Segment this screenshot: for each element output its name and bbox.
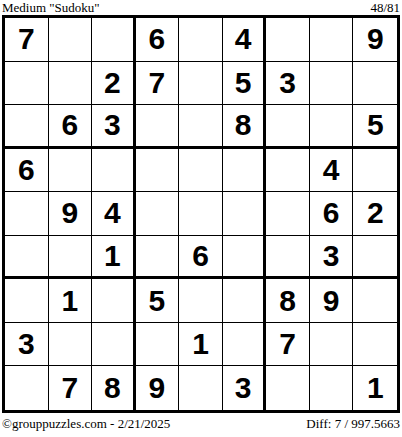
cell-r6c2[interactable] bbox=[49, 236, 93, 280]
cell-r3c8[interactable] bbox=[310, 105, 354, 149]
cell-r7c6[interactable] bbox=[223, 279, 267, 323]
cell-r9c9[interactable]: 1 bbox=[353, 366, 397, 410]
cell-r5c8[interactable]: 6 bbox=[310, 192, 354, 236]
cell-r6c3[interactable]: 1 bbox=[92, 236, 136, 280]
cell-r5c4[interactable] bbox=[136, 192, 180, 236]
cell-r9c7[interactable] bbox=[266, 366, 310, 410]
cell-r2c2[interactable] bbox=[49, 62, 93, 106]
cell-r1c8[interactable] bbox=[310, 18, 354, 62]
cell-r9c3[interactable]: 8 bbox=[92, 366, 136, 410]
cell-r4c9[interactable] bbox=[353, 149, 397, 193]
cell-r4c3[interactable] bbox=[92, 149, 136, 193]
cell-r2c9[interactable] bbox=[353, 62, 397, 106]
cell-r8c2[interactable] bbox=[49, 323, 93, 367]
cell-r4c4[interactable] bbox=[136, 149, 180, 193]
cell-r3c9[interactable]: 5 bbox=[353, 105, 397, 149]
cell-r9c8[interactable] bbox=[310, 366, 354, 410]
cell-r1c1[interactable]: 7 bbox=[5, 18, 49, 62]
cell-r2c6[interactable]: 5 bbox=[223, 62, 267, 106]
cell-r4c1[interactable]: 6 bbox=[5, 149, 49, 193]
cell-r3c4[interactable] bbox=[136, 105, 180, 149]
sudoku-board: 764927536385649462163158931778931 bbox=[2, 15, 400, 413]
cell-r8c8[interactable] bbox=[310, 323, 354, 367]
cell-r3c3[interactable]: 3 bbox=[92, 105, 136, 149]
cell-r8c3[interactable] bbox=[92, 323, 136, 367]
cell-r3c7[interactable] bbox=[266, 105, 310, 149]
cell-r8c4[interactable] bbox=[136, 323, 180, 367]
cell-r1c7[interactable] bbox=[266, 18, 310, 62]
header: Medium "Sudoku" 48/81 bbox=[0, 0, 402, 15]
cell-r9c5[interactable] bbox=[179, 366, 223, 410]
cell-r5c1[interactable] bbox=[5, 192, 49, 236]
puzzle-title: Medium "Sudoku" bbox=[2, 1, 100, 14]
cell-r7c7[interactable]: 8 bbox=[266, 279, 310, 323]
cell-r1c4[interactable]: 6 bbox=[136, 18, 180, 62]
cell-r6c5[interactable]: 6 bbox=[179, 236, 223, 280]
cell-r9c4[interactable]: 9 bbox=[136, 366, 180, 410]
cell-r4c8[interactable]: 4 bbox=[310, 149, 354, 193]
progress-counter: 48/81 bbox=[370, 1, 400, 14]
cell-r8c5[interactable]: 1 bbox=[179, 323, 223, 367]
cell-r7c8[interactable]: 9 bbox=[310, 279, 354, 323]
cell-r1c3[interactable] bbox=[92, 18, 136, 62]
cell-r8c9[interactable] bbox=[353, 323, 397, 367]
cell-r2c1[interactable] bbox=[5, 62, 49, 106]
cell-r6c1[interactable] bbox=[5, 236, 49, 280]
cell-r6c4[interactable] bbox=[136, 236, 180, 280]
cell-r5c6[interactable] bbox=[223, 192, 267, 236]
cell-r6c7[interactable] bbox=[266, 236, 310, 280]
cell-r7c5[interactable] bbox=[179, 279, 223, 323]
cell-r9c1[interactable] bbox=[5, 366, 49, 410]
cell-r8c7[interactable]: 7 bbox=[266, 323, 310, 367]
cell-r1c5[interactable] bbox=[179, 18, 223, 62]
cell-r5c3[interactable]: 4 bbox=[92, 192, 136, 236]
cell-r1c2[interactable] bbox=[49, 18, 93, 62]
cell-r3c5[interactable] bbox=[179, 105, 223, 149]
copyright-text: ©grouppuzzles.com - 2/21/2025 bbox=[2, 417, 170, 431]
cell-r2c4[interactable]: 7 bbox=[136, 62, 180, 106]
cell-r8c6[interactable] bbox=[223, 323, 267, 367]
cell-r5c7[interactable] bbox=[266, 192, 310, 236]
cell-r4c6[interactable] bbox=[223, 149, 267, 193]
cell-r5c9[interactable]: 2 bbox=[353, 192, 397, 236]
sudoku-page: Medium "Sudoku" 48/81 764927536385649462… bbox=[0, 0, 402, 437]
cell-r7c4[interactable]: 5 bbox=[136, 279, 180, 323]
cell-r2c5[interactable] bbox=[179, 62, 223, 106]
cell-r8c1[interactable]: 3 bbox=[5, 323, 49, 367]
cell-r6c6[interactable] bbox=[223, 236, 267, 280]
cell-r2c8[interactable] bbox=[310, 62, 354, 106]
cell-r7c2[interactable]: 1 bbox=[49, 279, 93, 323]
cell-r4c7[interactable] bbox=[266, 149, 310, 193]
cell-r9c6[interactable]: 3 bbox=[223, 366, 267, 410]
cell-r2c7[interactable]: 3 bbox=[266, 62, 310, 106]
cell-r4c2[interactable] bbox=[49, 149, 93, 193]
cell-r6c8[interactable]: 3 bbox=[310, 236, 354, 280]
cell-r7c3[interactable] bbox=[92, 279, 136, 323]
cell-r7c9[interactable] bbox=[353, 279, 397, 323]
cell-r7c1[interactable] bbox=[5, 279, 49, 323]
cell-r5c5[interactable] bbox=[179, 192, 223, 236]
cell-r4c5[interactable] bbox=[179, 149, 223, 193]
cell-r3c1[interactable] bbox=[5, 105, 49, 149]
cell-r3c2[interactable]: 6 bbox=[49, 105, 93, 149]
cell-r9c2[interactable]: 7 bbox=[49, 366, 93, 410]
footer: ©grouppuzzles.com - 2/21/2025 Diff: 7 / … bbox=[0, 413, 402, 431]
cell-r6c9[interactable] bbox=[353, 236, 397, 280]
cell-r2c3[interactable]: 2 bbox=[92, 62, 136, 106]
cell-r3c6[interactable]: 8 bbox=[223, 105, 267, 149]
cell-r1c9[interactable]: 9 bbox=[353, 18, 397, 62]
cell-r5c2[interactable]: 9 bbox=[49, 192, 93, 236]
cell-r1c6[interactable]: 4 bbox=[223, 18, 267, 62]
difficulty-text: Diff: 7 / 997.5663 bbox=[306, 417, 400, 431]
